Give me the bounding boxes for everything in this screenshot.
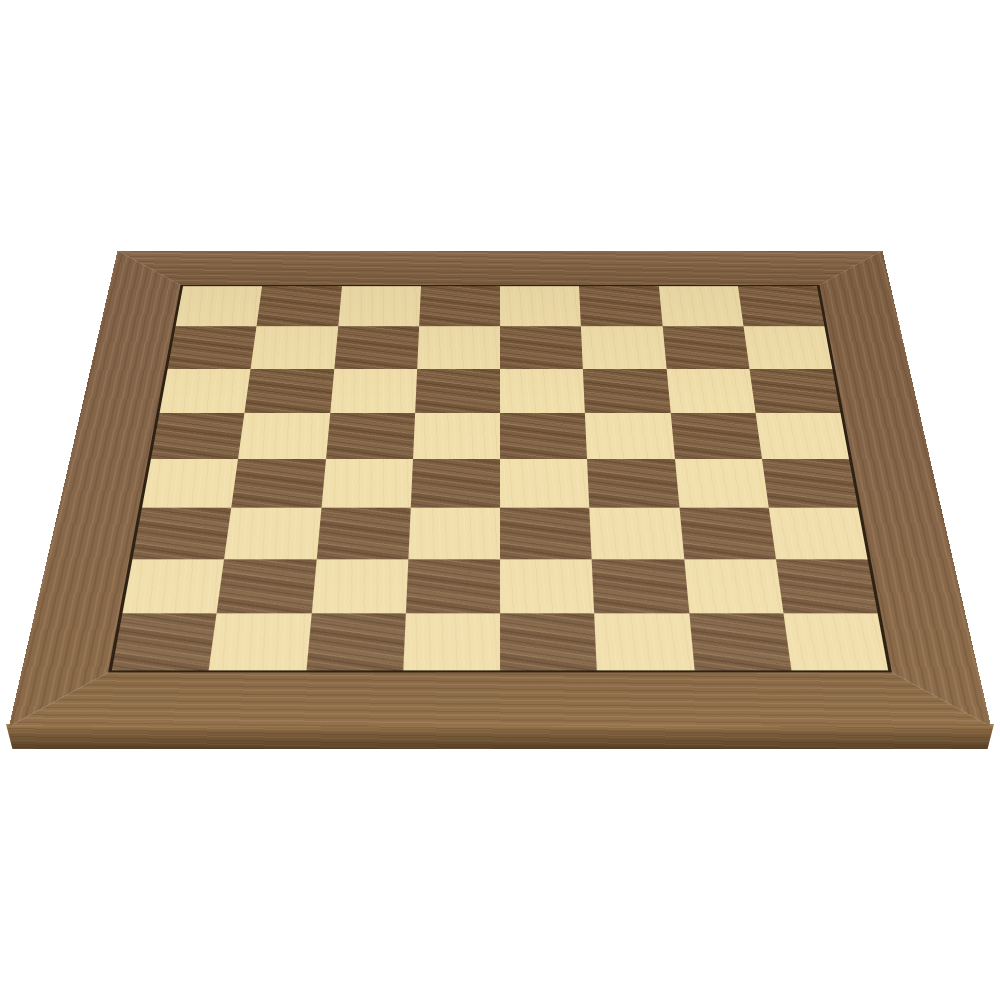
square-e6[interactable] [500, 369, 585, 413]
board-frame-top [110, 251, 891, 285]
square-a4[interactable] [142, 459, 238, 508]
square-b8[interactable] [257, 286, 342, 326]
square-h1[interactable] [783, 613, 888, 670]
square-c4[interactable] [321, 459, 413, 508]
square-f7[interactable] [581, 326, 666, 368]
board-frame-bottom [9, 672, 991, 726]
square-e8[interactable] [500, 286, 581, 326]
square-g5[interactable] [670, 413, 762, 459]
square-e3[interactable] [500, 508, 592, 559]
square-g4[interactable] [675, 459, 769, 508]
square-a2[interactable] [122, 559, 224, 613]
square-a5[interactable] [151, 413, 245, 459]
square-a8[interactable] [176, 286, 263, 326]
square-c3[interactable] [316, 508, 410, 559]
square-c1[interactable] [306, 613, 406, 670]
square-a6[interactable] [160, 369, 251, 413]
square-a7[interactable] [168, 326, 257, 368]
square-a1[interactable] [112, 613, 217, 670]
square-e5[interactable] [500, 413, 587, 459]
square-d1[interactable] [403, 613, 500, 670]
square-c8[interactable] [338, 286, 421, 326]
square-c5[interactable] [326, 413, 415, 459]
square-d6[interactable] [415, 369, 500, 413]
square-f4[interactable] [587, 459, 679, 508]
square-e4[interactable] [500, 459, 590, 508]
square-h6[interactable] [749, 369, 840, 413]
square-g6[interactable] [666, 369, 755, 413]
square-f6[interactable] [583, 369, 670, 413]
square-h2[interactable] [776, 559, 878, 613]
square-h5[interactable] [755, 413, 849, 459]
square-f8[interactable] [579, 286, 662, 326]
chessboard [9, 251, 991, 727]
square-d3[interactable] [408, 508, 500, 559]
square-g3[interactable] [679, 508, 776, 559]
square-f5[interactable] [585, 413, 674, 459]
square-c2[interactable] [311, 559, 408, 613]
square-h7[interactable] [743, 326, 832, 368]
square-h4[interactable] [762, 459, 858, 508]
square-c7[interactable] [334, 326, 419, 368]
square-g7[interactable] [662, 326, 749, 368]
square-d4[interactable] [410, 459, 500, 508]
square-g2[interactable] [684, 559, 783, 613]
square-b4[interactable] [231, 459, 325, 508]
square-d8[interactable] [419, 286, 500, 326]
square-h8[interactable] [738, 286, 825, 326]
square-c6[interactable] [330, 369, 417, 413]
square-b6[interactable] [245, 369, 334, 413]
square-e7[interactable] [500, 326, 583, 368]
square-b1[interactable] [209, 613, 311, 670]
square-b5[interactable] [238, 413, 330, 459]
board-playing-area [108, 285, 892, 672]
square-g8[interactable] [659, 286, 744, 326]
square-g1[interactable] [689, 613, 791, 670]
square-f3[interactable] [590, 508, 684, 559]
square-f1[interactable] [594, 613, 694, 670]
square-b2[interactable] [217, 559, 316, 613]
square-d5[interactable] [413, 413, 500, 459]
square-a3[interactable] [132, 508, 231, 559]
square-b7[interactable] [251, 326, 338, 368]
square-d7[interactable] [417, 326, 500, 368]
square-e2[interactable] [500, 559, 594, 613]
square-d2[interactable] [406, 559, 500, 613]
square-f2[interactable] [592, 559, 689, 613]
square-e1[interactable] [500, 613, 597, 670]
board-front-edge [6, 724, 994, 749]
square-h3[interactable] [769, 508, 868, 559]
chessboard-product-photo [0, 0, 1000, 1000]
square-b3[interactable] [224, 508, 321, 559]
